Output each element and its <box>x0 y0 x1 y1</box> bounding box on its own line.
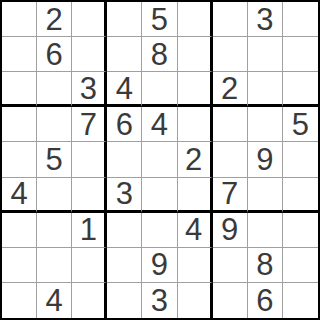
cell-r5c1-empty[interactable] <box>2 142 37 177</box>
cell-r8c9-empty[interactable] <box>283 248 318 283</box>
cell-r7c7-given: 9 <box>213 213 248 248</box>
cell-r2c3-empty[interactable] <box>72 37 107 72</box>
cell-r1c6-empty[interactable] <box>178 2 213 37</box>
cell-r9c3-empty[interactable] <box>72 283 107 318</box>
cell-r4c3-given: 7 <box>72 107 107 142</box>
cell-r5c6-given: 2 <box>178 142 213 177</box>
cell-r3c3-given: 3 <box>72 72 107 107</box>
cell-r6c9-empty[interactable] <box>283 178 318 213</box>
cell-r1c3-empty[interactable] <box>72 2 107 37</box>
cell-r8c7-empty[interactable] <box>213 248 248 283</box>
cell-r6c5-empty[interactable] <box>142 178 177 213</box>
cell-r8c2-empty[interactable] <box>37 248 72 283</box>
cell-r5c3-empty[interactable] <box>72 142 107 177</box>
cell-r7c6-given: 4 <box>178 213 213 248</box>
cell-r8c6-empty[interactable] <box>178 248 213 283</box>
cell-r7c1-empty[interactable] <box>2 213 37 248</box>
cell-r1c7-empty[interactable] <box>213 2 248 37</box>
cell-r7c8-empty[interactable] <box>248 213 283 248</box>
cell-r3c9-empty[interactable] <box>283 72 318 107</box>
cell-r1c2-given: 2 <box>37 2 72 37</box>
cell-r4c5-given: 4 <box>142 107 177 142</box>
cell-r2c6-empty[interactable] <box>178 37 213 72</box>
cell-r1c9-empty[interactable] <box>283 2 318 37</box>
cell-r9c7-empty[interactable] <box>213 283 248 318</box>
cell-r9c2-given: 4 <box>37 283 72 318</box>
cell-r8c4-empty[interactable] <box>107 248 142 283</box>
cell-r9c9-empty[interactable] <box>283 283 318 318</box>
cell-r1c5-given: 5 <box>142 2 177 37</box>
cell-r4c6-empty[interactable] <box>178 107 213 142</box>
cell-r3c8-empty[interactable] <box>248 72 283 107</box>
cell-r2c4-empty[interactable] <box>107 37 142 72</box>
cell-r4c4-given: 6 <box>107 107 142 142</box>
cell-r8c8-given: 8 <box>248 248 283 283</box>
cell-r6c3-empty[interactable] <box>72 178 107 213</box>
cell-r4c2-empty[interactable] <box>37 107 72 142</box>
cell-r7c9-empty[interactable] <box>283 213 318 248</box>
cell-r6c2-empty[interactable] <box>37 178 72 213</box>
cell-r3c7-given: 2 <box>213 72 248 107</box>
cell-r5c8-given: 9 <box>248 142 283 177</box>
cell-r5c4-empty[interactable] <box>107 142 142 177</box>
cell-r1c8-given: 3 <box>248 2 283 37</box>
cell-r1c4-empty[interactable] <box>107 2 142 37</box>
cell-r3c2-empty[interactable] <box>37 72 72 107</box>
cell-r6c6-empty[interactable] <box>178 178 213 213</box>
cell-r5c5-empty[interactable] <box>142 142 177 177</box>
cell-r6c8-empty[interactable] <box>248 178 283 213</box>
cell-r6c4-given: 3 <box>107 178 142 213</box>
cell-r8c5-given: 9 <box>142 248 177 283</box>
cell-r6c1-given: 4 <box>2 178 37 213</box>
cell-r4c7-empty[interactable] <box>213 107 248 142</box>
cell-r3c1-empty[interactable] <box>2 72 37 107</box>
cell-r9c8-given: 6 <box>248 283 283 318</box>
cell-r4c9-given: 5 <box>283 107 318 142</box>
cell-r7c4-empty[interactable] <box>107 213 142 248</box>
cell-r2c2-given: 6 <box>37 37 72 72</box>
cell-r2c1-empty[interactable] <box>2 37 37 72</box>
cell-r8c1-empty[interactable] <box>2 248 37 283</box>
cell-r7c3-given: 1 <box>72 213 107 248</box>
cell-r1c1-empty[interactable] <box>2 2 37 37</box>
cell-r3c4-given: 4 <box>107 72 142 107</box>
cell-r6c7-given: 7 <box>213 178 248 213</box>
cell-r3c5-empty[interactable] <box>142 72 177 107</box>
cell-r9c5-given: 3 <box>142 283 177 318</box>
cell-r9c4-empty[interactable] <box>107 283 142 318</box>
cell-r2c8-empty[interactable] <box>248 37 283 72</box>
cell-r9c6-empty[interactable] <box>178 283 213 318</box>
cell-r7c5-empty[interactable] <box>142 213 177 248</box>
cell-r5c9-empty[interactable] <box>283 142 318 177</box>
cell-r7c2-empty[interactable] <box>37 213 72 248</box>
cell-r8c3-empty[interactable] <box>72 248 107 283</box>
cell-r2c7-empty[interactable] <box>213 37 248 72</box>
cell-r5c7-empty[interactable] <box>213 142 248 177</box>
cell-r4c1-empty[interactable] <box>2 107 37 142</box>
cell-r4c8-empty[interactable] <box>248 107 283 142</box>
cell-r2c9-empty[interactable] <box>283 37 318 72</box>
cell-r2c5-given: 8 <box>142 37 177 72</box>
cell-r9c1-empty[interactable] <box>2 283 37 318</box>
cell-r5c2-given: 5 <box>37 142 72 177</box>
sudoku-board: 25368342764552943714998436 <box>0 0 320 320</box>
cell-r3c6-empty[interactable] <box>178 72 213 107</box>
